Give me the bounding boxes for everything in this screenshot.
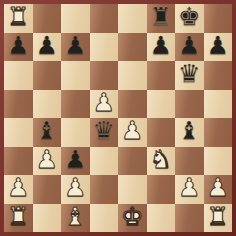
square-b4[interactable]: ♝ [33,118,62,147]
square-f3[interactable]: ♞ [147,147,176,176]
square-a5[interactable] [4,90,33,119]
black-pawn-a7[interactable]: ♟ [7,33,29,60]
square-h7[interactable]: ♟ [204,33,233,62]
square-g1[interactable] [175,204,204,233]
black-bishop-g4[interactable]: ♝ [178,118,200,145]
black-rook-f8[interactable]: ♜ [150,4,172,31]
square-d3[interactable] [90,147,119,176]
square-h3[interactable] [204,147,233,176]
square-c3[interactable]: ♟ [61,147,90,176]
white-bishop-c1[interactable]: ♝ [64,204,86,231]
square-a2[interactable]: ♟ [4,175,33,204]
square-b8[interactable] [33,4,62,33]
white-pawn-a2[interactable]: ♟ [7,175,29,202]
square-c2[interactable]: ♟ [61,175,90,204]
black-pawn-c3[interactable]: ♟ [64,147,86,174]
square-c8[interactable] [61,4,90,33]
square-c7[interactable]: ♟ [61,33,90,62]
square-c1[interactable]: ♝ [61,204,90,233]
white-rook-a1[interactable]: ♜ [7,204,29,231]
square-b7[interactable]: ♟ [33,33,62,62]
square-g2[interactable]: ♟ [175,175,204,204]
square-a4[interactable] [4,118,33,147]
square-e2[interactable] [118,175,147,204]
black-pawn-g7[interactable]: ♟ [178,33,200,60]
square-a7[interactable]: ♟ [4,33,33,62]
square-d4[interactable]: ♛ [90,118,119,147]
black-queen-g6[interactable]: ♛ [178,61,200,88]
square-e3[interactable] [118,147,147,176]
square-f2[interactable] [147,175,176,204]
square-e5[interactable] [118,90,147,119]
black-pawn-b7[interactable]: ♟ [36,33,58,60]
black-queen-d4[interactable]: ♛ [93,118,115,145]
chess-board-frame: ♜♜♚♟♟♟♟♟♟♛♟♝♛♟♝♟♟♞♟♟♟♟♜♝♚♜ [0,0,236,236]
square-g3[interactable] [175,147,204,176]
square-d6[interactable] [90,61,119,90]
square-a8[interactable]: ♜ [4,4,33,33]
white-pawn-e4[interactable]: ♟ [121,118,143,145]
square-g5[interactable] [175,90,204,119]
square-b2[interactable] [33,175,62,204]
white-pawn-b3[interactable]: ♟ [36,147,58,174]
square-a1[interactable]: ♜ [4,204,33,233]
square-h1[interactable]: ♜ [204,204,233,233]
square-g7[interactable]: ♟ [175,33,204,62]
chess-board: ♜♜♚♟♟♟♟♟♟♛♟♝♛♟♝♟♟♞♟♟♟♟♜♝♚♜ [4,4,232,232]
square-e7[interactable] [118,33,147,62]
square-d1[interactable] [90,204,119,233]
square-e8[interactable] [118,4,147,33]
square-e4[interactable]: ♟ [118,118,147,147]
square-e6[interactable] [118,61,147,90]
white-rook-h1[interactable]: ♜ [207,204,229,231]
square-g8[interactable]: ♚ [175,4,204,33]
square-b3[interactable]: ♟ [33,147,62,176]
square-h8[interactable] [204,4,233,33]
white-king-e1[interactable]: ♚ [121,204,143,231]
white-knight-f3[interactable]: ♞ [150,147,172,174]
square-f1[interactable] [147,204,176,233]
square-h6[interactable] [204,61,233,90]
square-c4[interactable] [61,118,90,147]
white-pawn-g2[interactable]: ♟ [178,175,200,202]
square-h2[interactable]: ♟ [204,175,233,204]
square-g6[interactable]: ♛ [175,61,204,90]
white-pawn-h2[interactable]: ♟ [207,175,229,202]
square-h5[interactable] [204,90,233,119]
white-rook-a8[interactable]: ♜ [7,4,29,31]
square-b6[interactable] [33,61,62,90]
square-d7[interactable] [90,33,119,62]
black-bishop-b4[interactable]: ♝ [36,118,58,145]
square-f4[interactable] [147,118,176,147]
square-g4[interactable]: ♝ [175,118,204,147]
square-e1[interactable]: ♚ [118,204,147,233]
square-f5[interactable] [147,90,176,119]
square-f7[interactable]: ♟ [147,33,176,62]
white-pawn-c2[interactable]: ♟ [64,175,86,202]
square-a3[interactable] [4,147,33,176]
square-d5[interactable]: ♟ [90,90,119,119]
square-d2[interactable] [90,175,119,204]
square-f8[interactable]: ♜ [147,4,176,33]
square-c6[interactable] [61,61,90,90]
square-d8[interactable] [90,4,119,33]
square-a6[interactable] [4,61,33,90]
black-pawn-c7[interactable]: ♟ [64,33,86,60]
square-b5[interactable] [33,90,62,119]
square-c5[interactable] [61,90,90,119]
square-f6[interactable] [147,61,176,90]
white-pawn-d5[interactable]: ♟ [93,90,115,117]
black-pawn-f7[interactable]: ♟ [150,33,172,60]
black-king-g8[interactable]: ♚ [178,4,200,31]
black-pawn-h7[interactable]: ♟ [207,33,229,60]
square-h4[interactable] [204,118,233,147]
square-b1[interactable] [33,204,62,233]
